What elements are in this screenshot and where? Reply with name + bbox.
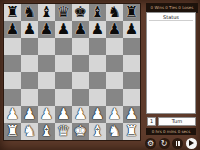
- square-a2[interactable]: ♟: [4, 106, 21, 123]
- black-rook: ♜: [125, 4, 138, 21]
- square-d7[interactable]: ♟: [55, 21, 72, 38]
- pause-button[interactable]: [172, 138, 183, 149]
- square-c5[interactable]: [38, 55, 55, 72]
- square-h4[interactable]: [123, 72, 140, 89]
- pause-icon: [176, 141, 180, 146]
- square-b4[interactable]: [21, 72, 38, 89]
- black-pawn: ♟: [108, 21, 121, 38]
- black-knight: ♞: [108, 4, 121, 21]
- square-h6[interactable]: [123, 38, 140, 55]
- square-a3[interactable]: [4, 89, 21, 106]
- white-pawn: ♟: [57, 106, 70, 123]
- square-h3[interactable]: [123, 89, 140, 106]
- square-f8[interactable]: ♝: [89, 4, 106, 21]
- square-b5[interactable]: [21, 55, 38, 72]
- control-buttons: ⚙ ↻: [145, 137, 197, 149]
- flip-board-button[interactable]: ↻: [159, 138, 170, 149]
- white-queen: ♛: [57, 123, 70, 140]
- black-pawn: ♟: [40, 21, 53, 38]
- black-queen: ♛: [57, 4, 70, 21]
- status-panel: Status: [146, 12, 196, 114]
- square-b1[interactable]: ♞: [21, 123, 38, 140]
- rotate-icon: ↻: [161, 138, 168, 149]
- white-knight: ♞: [23, 123, 36, 140]
- white-pawn: ♟: [40, 106, 53, 123]
- white-bishop: ♝: [91, 123, 104, 140]
- square-g4[interactable]: [106, 72, 123, 89]
- square-b2[interactable]: ♟: [21, 106, 38, 123]
- square-h2[interactable]: ♟: [123, 106, 140, 123]
- black-bishop: ♝: [91, 4, 104, 21]
- chess-board: ♜♞♝♛♚♝♞♜♟♟♟♟♟♟♟♟♟♟♟♟♟♟♟♟♜♞♝♛♚♝♞♜: [4, 4, 140, 140]
- square-b7[interactable]: ♟: [21, 21, 38, 38]
- square-g2[interactable]: ♟: [106, 106, 123, 123]
- square-c8[interactable]: ♝: [38, 4, 55, 21]
- square-c2[interactable]: ♟: [38, 106, 55, 123]
- square-c1[interactable]: ♝: [38, 123, 55, 140]
- square-b3[interactable]: [21, 89, 38, 106]
- square-e3[interactable]: [72, 89, 89, 106]
- square-f7[interactable]: ♟: [89, 21, 106, 38]
- square-a6[interactable]: [4, 38, 21, 55]
- square-a7[interactable]: ♟: [4, 21, 21, 38]
- black-knight: ♞: [23, 4, 36, 21]
- black-pawn: ♟: [125, 21, 138, 38]
- square-a5[interactable]: [4, 55, 21, 72]
- square-e2[interactable]: ♟: [72, 106, 89, 123]
- black-pawn: ♟: [57, 21, 70, 38]
- gear-icon: ⚙: [147, 138, 154, 149]
- white-knight: ♞: [108, 123, 121, 140]
- square-f2[interactable]: ♟: [89, 106, 106, 123]
- square-f4[interactable]: [89, 72, 106, 89]
- square-b6[interactable]: [21, 38, 38, 55]
- move-count-field[interactable]: 1: [147, 117, 156, 126]
- square-d5[interactable]: [55, 55, 72, 72]
- turn-indicator-field: Turn: [158, 117, 196, 126]
- square-f1[interactable]: ♝: [89, 123, 106, 140]
- black-bishop: ♝: [40, 4, 53, 21]
- white-pawn: ♟: [108, 106, 121, 123]
- square-c4[interactable]: [38, 72, 55, 89]
- square-h7[interactable]: ♟: [123, 21, 140, 38]
- white-pawn: ♟: [6, 106, 19, 123]
- square-f6[interactable]: [89, 38, 106, 55]
- square-a4[interactable]: [4, 72, 21, 89]
- chess-app-window: ♜♞♝♛♚♝♞♜♟♟♟♟♟♟♟♟♟♟♟♟♟♟♟♟♜♞♝♛♚♝♞♜ 0 Wins …: [0, 0, 200, 150]
- square-g7[interactable]: ♟: [106, 21, 123, 38]
- board-frame: ♜♞♝♛♚♝♞♜♟♟♟♟♟♟♟♟♟♟♟♟♟♟♟♟♜♞♝♛♚♝♞♜: [3, 3, 141, 141]
- status-label: Status: [149, 14, 192, 21]
- square-b8[interactable]: ♞: [21, 4, 38, 21]
- white-pawn: ♟: [74, 106, 87, 123]
- settings-button[interactable]: ⚙: [145, 138, 156, 149]
- white-pawn: ♟: [23, 106, 36, 123]
- square-e5[interactable]: [72, 55, 89, 72]
- play-button[interactable]: [186, 138, 197, 149]
- square-g6[interactable]: [106, 38, 123, 55]
- square-e8[interactable]: ♚: [72, 4, 89, 21]
- square-c7[interactable]: ♟: [38, 21, 55, 38]
- white-king: ♚: [74, 123, 87, 140]
- square-d2[interactable]: ♟: [55, 106, 72, 123]
- square-g3[interactable]: [106, 89, 123, 106]
- square-h5[interactable]: [123, 55, 140, 72]
- white-pawn: ♟: [125, 106, 138, 123]
- black-pawn: ♟: [91, 21, 104, 38]
- square-d3[interactable]: [55, 89, 72, 106]
- black-king: ♚: [74, 4, 87, 21]
- black-pawn: ♟: [74, 21, 87, 38]
- square-e6[interactable]: [72, 38, 89, 55]
- square-h1[interactable]: ♜: [123, 123, 140, 140]
- black-rook: ♜: [6, 4, 19, 21]
- black-pawn: ♟: [6, 21, 19, 38]
- square-g5[interactable]: [106, 55, 123, 72]
- white-bishop: ♝: [40, 123, 53, 140]
- square-c6[interactable]: [38, 38, 55, 55]
- square-d4[interactable]: [55, 72, 72, 89]
- square-d1[interactable]: ♛: [55, 123, 72, 140]
- white-rook: ♜: [6, 123, 19, 140]
- square-d8[interactable]: ♛: [55, 4, 72, 21]
- white-pawn: ♟: [91, 106, 104, 123]
- square-g8[interactable]: ♞: [106, 4, 123, 21]
- game-clock: 0 hrs 0 mins 0 secs: [146, 128, 196, 135]
- square-f3[interactable]: [89, 89, 106, 106]
- white-rook: ♜: [125, 123, 138, 140]
- square-c3[interactable]: [38, 89, 55, 106]
- black-pawn: ♟: [23, 21, 36, 38]
- play-icon: [189, 140, 194, 146]
- square-a8[interactable]: ♜: [4, 4, 21, 21]
- square-e1[interactable]: ♚: [72, 123, 89, 140]
- square-d6[interactable]: [55, 38, 72, 55]
- square-h8[interactable]: ♜: [123, 4, 140, 21]
- square-f5[interactable]: [89, 55, 106, 72]
- square-a1[interactable]: ♜: [4, 123, 21, 140]
- square-g1[interactable]: ♞: [106, 123, 123, 140]
- square-e4[interactable]: [72, 72, 89, 89]
- square-e7[interactable]: ♟: [72, 21, 89, 38]
